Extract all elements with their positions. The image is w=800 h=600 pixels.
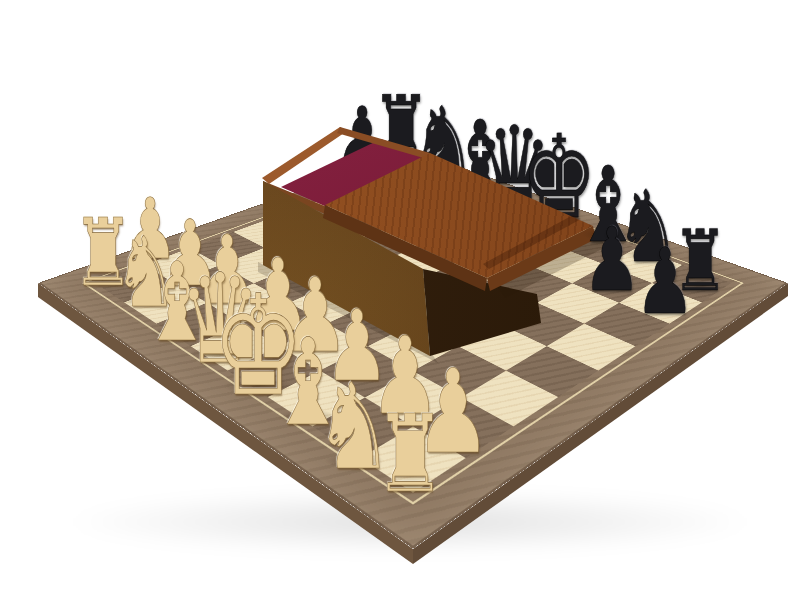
piece-white-rook-a1[interactable]: ♜	[375, 401, 446, 508]
chess-set-photo: ♜♟♞♝♛♚ ♝♟♞♜♟♟♜♟♞♟♟♝♟♛♟♚♟♝♟♞♜	[0, 0, 800, 600]
piece-black-pawn-g1[interactable]: ♟	[635, 236, 695, 327]
piece-black-pawn-g2[interactable]: ♟	[583, 216, 641, 304]
pieces-in-front: ♝♟♞♜♟♟♜♟♞♟♟♝♟♛♟♚♟♝♟♞♜	[0, 0, 800, 600]
